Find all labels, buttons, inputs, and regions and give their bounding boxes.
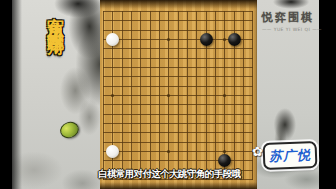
channel-logo-block: 悦弈围棋 —— YUE YI WEI QI —— bbox=[259, 10, 317, 32]
subtitle-caption: 白棋常用对付这个大跳守角的手段哦 bbox=[98, 168, 256, 181]
star-point bbox=[167, 150, 170, 153]
go-board-grid bbox=[103, 11, 253, 180]
stone-black-R16 bbox=[228, 33, 241, 46]
episode-title-vertical: 守角之小目大跳守角 bbox=[34, 4, 68, 188]
star-point bbox=[167, 38, 170, 41]
star-point bbox=[223, 94, 226, 97]
video-frame: 守角之小目大跳守角 悦弈围棋 —— YUE YI WEI QI —— ✿ 苏广悦… bbox=[0, 0, 336, 189]
flower-icon: ✿ bbox=[252, 144, 263, 159]
stone-white-D4 bbox=[106, 145, 119, 158]
left-art-panel: 守角之小目大跳守角 bbox=[12, 0, 100, 189]
star-point bbox=[223, 150, 226, 153]
board-top-shadow bbox=[100, 0, 257, 9]
author-badge: 苏广悦 bbox=[263, 141, 318, 170]
star-point bbox=[111, 94, 114, 97]
board-bottom-shadow bbox=[100, 182, 257, 189]
stone-black-Q3 bbox=[218, 154, 231, 167]
author-name: 苏广悦 bbox=[269, 147, 311, 163]
stone-black-O16 bbox=[200, 33, 213, 46]
go-board bbox=[100, 0, 257, 189]
channel-logo-subtitle: —— YUE YI WEI QI —— bbox=[262, 26, 314, 31]
star-point bbox=[223, 38, 226, 41]
star-point bbox=[167, 94, 170, 97]
channel-logo-text: 悦弈围棋 bbox=[259, 10, 317, 25]
stone-white-D16 bbox=[106, 33, 119, 46]
